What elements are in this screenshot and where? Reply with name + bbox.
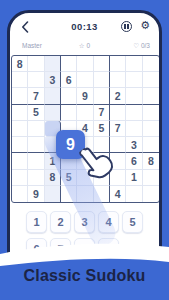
cell-r9c5[interactable] <box>77 186 93 202</box>
numpad-key-3[interactable]: 3 <box>74 211 95 233</box>
cell-r1c7[interactable] <box>110 56 126 72</box>
cell-r2c4[interactable]: 6 <box>61 72 77 88</box>
score-value: 0 <box>87 42 91 49</box>
cell-r2c6[interactable] <box>94 72 110 88</box>
phone-mockup: 00:13 ⚙ Master ☆ 0 ♡ 0/3 836792574571316… <box>7 10 162 258</box>
cell-r1c1[interactable]: 8 <box>12 56 28 72</box>
star-icon: ☆ <box>79 42 85 49</box>
cell-r1c8[interactable] <box>126 56 142 72</box>
cell-r1c9[interactable] <box>143 56 159 72</box>
cell-r2c5[interactable] <box>77 72 93 88</box>
cell-r1c6[interactable] <box>94 56 110 72</box>
cell-r4c1[interactable] <box>12 105 28 121</box>
cell-r3c3[interactable] <box>45 88 61 104</box>
cell-r4c5[interactable] <box>77 105 93 121</box>
cell-r5c7[interactable]: 7 <box>110 121 126 137</box>
cell-r9c3[interactable] <box>45 186 61 202</box>
cell-r3c9[interactable] <box>143 88 159 104</box>
cell-r4c2[interactable]: 5 <box>28 105 44 121</box>
status-row: Master ☆ 0 ♡ 0/3 <box>10 42 159 52</box>
cell-r3c6[interactable] <box>94 88 110 104</box>
cell-r9c4[interactable] <box>61 186 77 202</box>
cell-r3c2[interactable]: 7 <box>28 88 44 104</box>
cell-r4c4[interactable] <box>61 105 77 121</box>
cell-r1c4[interactable] <box>61 56 77 72</box>
cell-r2c9[interactable] <box>143 72 159 88</box>
cell-r2c3[interactable]: 3 <box>45 72 61 88</box>
cell-r7c8[interactable]: 6 <box>126 153 142 169</box>
hand-cursor-icon <box>79 144 113 186</box>
cell-r5c6[interactable]: 5 <box>94 121 110 137</box>
cell-r7c9[interactable]: 8 <box>143 153 159 169</box>
cell-r5c1[interactable] <box>12 121 28 137</box>
cell-r8c3[interactable]: 8 <box>45 170 61 186</box>
cell-r4c7[interactable] <box>110 105 126 121</box>
mistakes-indicator: ♡ 0/3 <box>133 42 150 50</box>
tile-digit: 9 <box>66 136 75 154</box>
cell-r8c9[interactable] <box>143 170 159 186</box>
settings-gear-icon[interactable]: ⚙ <box>140 18 150 33</box>
cell-r7c1[interactable] <box>12 153 28 169</box>
cell-r4c9[interactable] <box>143 105 159 121</box>
cell-r3c4[interactable] <box>61 88 77 104</box>
cell-r2c1[interactable] <box>12 72 28 88</box>
cell-r3c8[interactable] <box>126 88 142 104</box>
cell-r2c8[interactable] <box>126 72 142 88</box>
numpad-key-4[interactable]: 4 <box>98 211 119 233</box>
cell-r9c9[interactable] <box>143 186 159 202</box>
cell-r1c5[interactable] <box>77 56 93 72</box>
game-screen: 00:13 ⚙ Master ☆ 0 ♡ 0/3 836792574571316… <box>10 13 159 255</box>
cell-r8c8[interactable]: 1 <box>126 170 142 186</box>
cell-r4c8[interactable] <box>126 105 142 121</box>
cell-r8c4[interactable]: 5 <box>61 170 77 186</box>
cell-r6c1[interactable] <box>12 137 28 153</box>
cell-r3c7[interactable]: 2 <box>110 88 126 104</box>
cell-r7c2[interactable] <box>28 153 44 169</box>
numpad-row-1: 12345 <box>26 211 143 233</box>
cell-r6c2[interactable] <box>28 137 44 153</box>
cell-r8c2[interactable] <box>28 170 44 186</box>
cell-r5c9[interactable] <box>143 121 159 137</box>
cell-r9c2[interactable]: 9 <box>28 186 44 202</box>
cell-r4c6[interactable]: 7 <box>94 105 110 121</box>
pause-button[interactable] <box>121 21 132 32</box>
cell-r8c1[interactable] <box>12 170 28 186</box>
cell-r1c2[interactable] <box>28 56 44 72</box>
heart-icon: ♡ <box>133 42 139 49</box>
cell-r9c8[interactable] <box>126 186 142 202</box>
cell-r4c3[interactable] <box>45 105 61 121</box>
cell-r2c2[interactable] <box>28 72 44 88</box>
numpad-key-2[interactable]: 2 <box>50 211 71 233</box>
mistakes-value: 0/3 <box>141 42 150 49</box>
cell-r3c1[interactable] <box>12 88 28 104</box>
timer: 00:13 <box>10 21 159 32</box>
cell-r3c5[interactable]: 9 <box>77 88 93 104</box>
cell-r9c7[interactable]: 4 <box>110 186 126 202</box>
app-title: Classic Sudoku <box>0 267 169 285</box>
cell-r5c2[interactable] <box>28 121 44 137</box>
numpad-key-1[interactable]: 1 <box>26 211 47 233</box>
ad-screenshot: 00:13 ⚙ Master ☆ 0 ♡ 0/3 836792574571316… <box>0 0 169 300</box>
numpad-key-5[interactable]: 5 <box>122 211 143 233</box>
pause-icon <box>124 24 125 29</box>
cell-r6c8[interactable]: 3 <box>126 137 142 153</box>
cell-r9c1[interactable] <box>12 186 28 202</box>
cell-r2c7[interactable] <box>110 72 126 88</box>
cell-r5c8[interactable] <box>126 121 142 137</box>
cell-r9c6[interactable] <box>94 186 110 202</box>
cell-r6c9[interactable] <box>143 137 159 153</box>
cell-r1c3[interactable] <box>45 56 61 72</box>
